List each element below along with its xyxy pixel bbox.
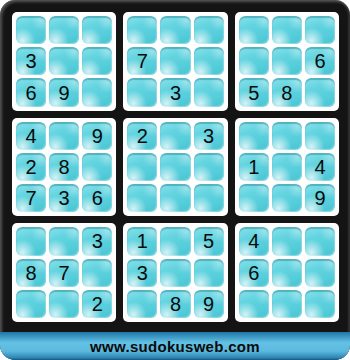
cell-r3c7[interactable]: 5 [239,78,269,106]
cell-r8c7[interactable]: 6 [239,259,269,287]
cell-r9c5[interactable]: 8 [160,290,190,318]
cell-r7c2[interactable] [49,227,79,255]
cell-r6c1[interactable]: 7 [16,184,46,212]
cell-r1c6[interactable] [194,16,224,44]
cell-r4c5[interactable] [160,122,190,150]
cell-r1c2[interactable] [49,16,79,44]
cell-r3c8[interactable]: 8 [272,78,302,106]
cell-r6c7[interactable] [239,184,269,212]
cell-r7c8[interactable] [272,227,302,255]
sudoku-board: 3697365849287362314938721538946 [0,0,350,332]
cell-r6c5[interactable] [160,184,190,212]
cell-r7c4[interactable]: 1 [127,227,157,255]
cell-r8c8[interactable] [272,259,302,287]
cell-r4c2[interactable] [49,122,79,150]
cell-r5c1[interactable]: 2 [16,153,46,181]
box-r2c1: 15389 [123,223,227,322]
cell-r7c9[interactable] [305,227,335,255]
cell-r7c3[interactable]: 3 [82,227,112,255]
cell-r3c6[interactable] [194,78,224,106]
cell-r8c3[interactable] [82,259,112,287]
cell-r5c3[interactable] [82,153,112,181]
cell-r3c5[interactable]: 3 [160,78,190,106]
cell-r6c8[interactable] [272,184,302,212]
cell-r2c7[interactable] [239,47,269,75]
cell-r4c8[interactable] [272,122,302,150]
cell-r9c4[interactable] [127,290,157,318]
cell-r5c7[interactable]: 1 [239,153,269,181]
cell-r6c9[interactable]: 9 [305,184,335,212]
cell-r5c9[interactable]: 4 [305,153,335,181]
cell-r2c9[interactable]: 6 [305,47,335,75]
cell-r7c5[interactable] [160,227,190,255]
cell-r8c5[interactable] [160,259,190,287]
cell-r4c3[interactable]: 9 [82,122,112,150]
cell-r6c6[interactable] [194,184,224,212]
cell-r4c9[interactable] [305,122,335,150]
cell-r7c1[interactable] [16,227,46,255]
cell-r1c4[interactable] [127,16,157,44]
cell-r5c2[interactable]: 8 [49,153,79,181]
cell-r1c8[interactable] [272,16,302,44]
cell-r9c2[interactable] [49,290,79,318]
cell-r2c5[interactable] [160,47,190,75]
cell-r1c3[interactable] [82,16,112,44]
cell-r2c2[interactable] [49,47,79,75]
footer-bar: www.sudokusweb.com [0,332,350,360]
cell-r8c9[interactable] [305,259,335,287]
cell-r2c3[interactable] [82,47,112,75]
cell-r4c4[interactable]: 2 [127,122,157,150]
cell-r4c7[interactable] [239,122,269,150]
cell-r6c4[interactable] [127,184,157,212]
cell-r6c2[interactable]: 3 [49,184,79,212]
cell-r1c5[interactable] [160,16,190,44]
cell-r6c3[interactable]: 6 [82,184,112,212]
cell-r3c1[interactable]: 6 [16,78,46,106]
cell-r1c9[interactable] [305,16,335,44]
cell-r5c6[interactable] [194,153,224,181]
cell-r3c3[interactable] [82,78,112,106]
cell-r1c7[interactable] [239,16,269,44]
cell-r8c6[interactable] [194,259,224,287]
cell-r4c6[interactable]: 3 [194,122,224,150]
cell-r2c8[interactable] [272,47,302,75]
cell-r8c4[interactable]: 3 [127,259,157,287]
cell-r9c8[interactable] [272,290,302,318]
box-r0c1: 73 [123,12,227,111]
cell-r8c1[interactable]: 8 [16,259,46,287]
box-r0c2: 658 [235,12,339,111]
cell-r7c7[interactable]: 4 [239,227,269,255]
cell-r9c9[interactable] [305,290,335,318]
cell-r2c4[interactable]: 7 [127,47,157,75]
cell-r3c9[interactable] [305,78,335,106]
box-r1c1: 23 [123,118,227,217]
cell-r9c6[interactable]: 9 [194,290,224,318]
cell-r7c6[interactable]: 5 [194,227,224,255]
cell-r9c7[interactable] [239,290,269,318]
cell-r5c4[interactable] [127,153,157,181]
cell-r1c1[interactable] [16,16,46,44]
cell-r3c4[interactable] [127,78,157,106]
box-r1c2: 149 [235,118,339,217]
cell-r9c3[interactable]: 2 [82,290,112,318]
cell-r5c5[interactable] [160,153,190,181]
cell-r2c6[interactable] [194,47,224,75]
box-r0c0: 369 [12,12,116,111]
cell-r8c2[interactable]: 7 [49,259,79,287]
cell-r3c2[interactable]: 9 [49,78,79,106]
box-r1c0: 4928736 [12,118,116,217]
box-r2c0: 3872 [12,223,116,322]
cell-r4c1[interactable]: 4 [16,122,46,150]
site-link[interactable]: www.sudokusweb.com [90,338,260,355]
box-r2c2: 46 [235,223,339,322]
sudoku-widget: 3697365849287362314938721538946 www.sudo… [0,0,350,360]
cell-r5c8[interactable] [272,153,302,181]
cell-r2c1[interactable]: 3 [16,47,46,75]
cell-r9c1[interactable] [16,290,46,318]
